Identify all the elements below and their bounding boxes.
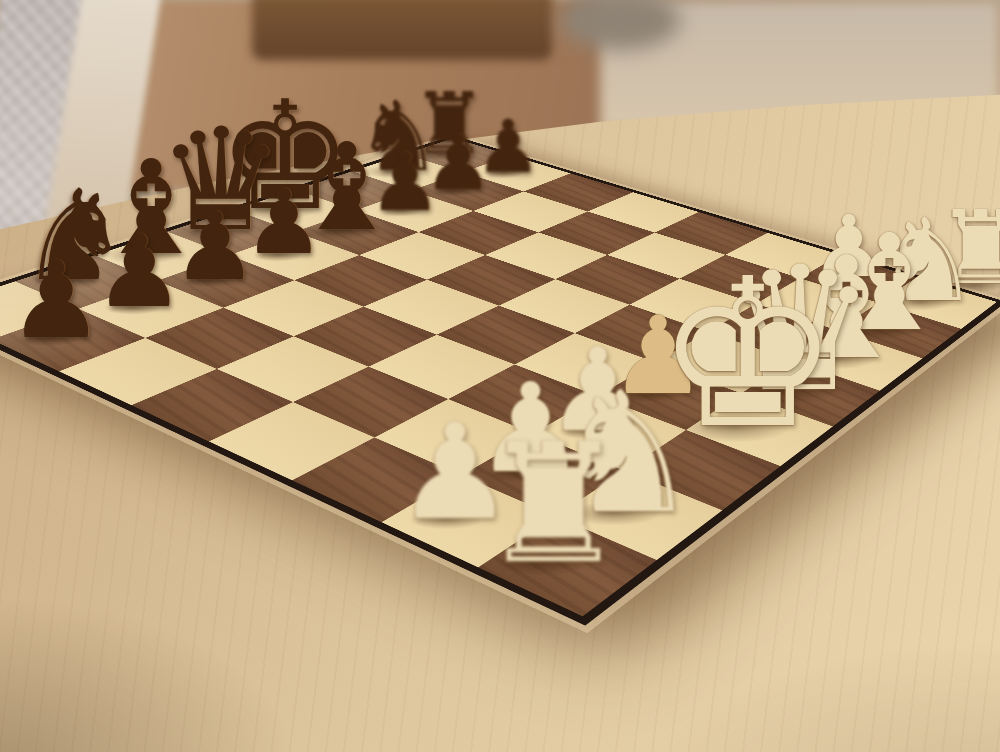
piece-white-rook-a1: ♜ xyxy=(479,422,628,588)
chess-photo-scene: ♜♞♟♟♚♟♛♝♟♝♟♟♞♜♞♟♝♟♝♛♟♚♟♟♞♟♜ Wooden Staun… xyxy=(0,0,1000,752)
piece-black-pawn-c7: ♟ xyxy=(172,199,257,294)
piece-black-pawn-b7: ♟ xyxy=(94,222,184,323)
wood-cabinet xyxy=(252,0,552,60)
piece-black-pawn-a7: ♟ xyxy=(8,247,104,354)
